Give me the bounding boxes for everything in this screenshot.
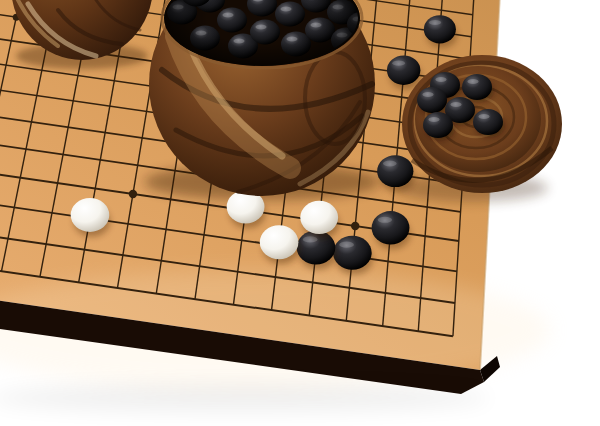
stone-highlight bbox=[429, 117, 440, 122]
black-stone bbox=[372, 211, 410, 244]
stone-highlight bbox=[468, 79, 479, 84]
black-stone bbox=[377, 155, 413, 187]
stone-highlight bbox=[423, 92, 434, 97]
hoshi-dot bbox=[351, 222, 359, 230]
scene-svg bbox=[0, 0, 600, 426]
black-stone bbox=[473, 109, 503, 135]
black-stone bbox=[462, 74, 492, 100]
go-photo-scene bbox=[0, 0, 600, 426]
black-stone bbox=[424, 15, 456, 43]
hoshi-dot bbox=[129, 190, 137, 198]
black-stone bbox=[423, 112, 453, 138]
stone-dish bbox=[402, 55, 562, 193]
white-stone bbox=[71, 198, 110, 232]
white-stone bbox=[260, 225, 299, 259]
stone-highlight bbox=[436, 77, 447, 82]
stone-highlight bbox=[339, 242, 354, 248]
board-drop-shadow bbox=[0, 384, 490, 412]
stone-highlight bbox=[479, 114, 490, 119]
white-stone bbox=[300, 201, 338, 234]
stone-highlight bbox=[392, 61, 405, 66]
stone-highlight bbox=[383, 161, 397, 167]
black-stone bbox=[333, 236, 372, 270]
black-stone bbox=[387, 55, 420, 84]
stone-highlight bbox=[451, 102, 462, 107]
stone-highlight bbox=[429, 20, 441, 25]
stone-highlight bbox=[378, 217, 392, 223]
black-stone bbox=[417, 87, 447, 113]
